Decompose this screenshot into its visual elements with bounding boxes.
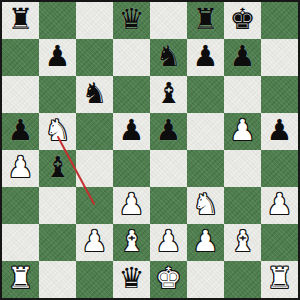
square-c7[interactable] xyxy=(76,39,113,76)
square-a5[interactable]: ♟ xyxy=(2,113,39,150)
square-b6[interactable] xyxy=(39,76,76,113)
piece-black-pawn[interactable]: ♟ xyxy=(119,116,145,145)
piece-white-pawn[interactable]: ♟ xyxy=(8,153,34,182)
square-a4[interactable]: ♟ xyxy=(2,150,39,187)
square-c2[interactable]: ♟ xyxy=(76,224,113,261)
piece-black-pawn[interactable]: ♟ xyxy=(193,42,219,71)
piece-white-king[interactable]: ♚ xyxy=(156,264,182,293)
piece-black-bishop[interactable]: ♝ xyxy=(156,79,182,108)
square-b1[interactable] xyxy=(39,261,76,298)
square-f3[interactable]: ♞ xyxy=(187,187,224,224)
square-b3[interactable] xyxy=(39,187,76,224)
square-b4[interactable]: ♝ xyxy=(39,150,76,187)
square-g6[interactable] xyxy=(224,76,261,113)
piece-white-pawn[interactable]: ♟ xyxy=(82,227,108,256)
square-h8[interactable] xyxy=(261,2,298,39)
square-h4[interactable] xyxy=(261,150,298,187)
square-g7[interactable]: ♟ xyxy=(224,39,261,76)
square-c8[interactable] xyxy=(76,2,113,39)
square-c5[interactable] xyxy=(76,113,113,150)
piece-black-queen[interactable]: ♛ xyxy=(119,264,145,293)
square-d1[interactable]: ♛ xyxy=(113,261,150,298)
square-h2[interactable] xyxy=(261,224,298,261)
piece-white-knight[interactable]: ♞ xyxy=(193,190,219,219)
square-f2[interactable]: ♟ xyxy=(187,224,224,261)
square-a1[interactable]: ♜ xyxy=(2,261,39,298)
square-a2[interactable] xyxy=(2,224,39,261)
piece-white-bishop[interactable]: ♝ xyxy=(119,227,145,256)
piece-black-pawn[interactable]: ♟ xyxy=(8,116,34,145)
square-f8[interactable]: ♜ xyxy=(187,2,224,39)
square-h3[interactable]: ♟ xyxy=(261,187,298,224)
square-h6[interactable] xyxy=(261,76,298,113)
square-b2[interactable] xyxy=(39,224,76,261)
square-b8[interactable] xyxy=(39,2,76,39)
square-f6[interactable] xyxy=(187,76,224,113)
square-g3[interactable] xyxy=(224,187,261,224)
square-e4[interactable] xyxy=(150,150,187,187)
square-f5[interactable] xyxy=(187,113,224,150)
square-c6[interactable]: ♞ xyxy=(76,76,113,113)
piece-white-rook[interactable]: ♜ xyxy=(8,264,34,293)
piece-black-king[interactable]: ♚ xyxy=(230,5,256,34)
square-f1[interactable] xyxy=(187,261,224,298)
square-b7[interactable]: ♟ xyxy=(39,39,76,76)
square-f4[interactable] xyxy=(187,150,224,187)
square-e8[interactable] xyxy=(150,2,187,39)
piece-black-knight[interactable]: ♞ xyxy=(82,79,108,108)
piece-white-pawn[interactable]: ♟ xyxy=(193,227,219,256)
square-d5[interactable]: ♟ xyxy=(113,113,150,150)
piece-white-bishop[interactable]: ♝ xyxy=(230,227,256,256)
square-g2[interactable]: ♝ xyxy=(224,224,261,261)
square-a3[interactable] xyxy=(2,187,39,224)
square-a6[interactable] xyxy=(2,76,39,113)
piece-white-rook[interactable]: ♜ xyxy=(267,264,293,293)
square-d2[interactable]: ♝ xyxy=(113,224,150,261)
square-e1[interactable]: ♚ xyxy=(150,261,187,298)
square-d4[interactable] xyxy=(113,150,150,187)
piece-white-pawn[interactable]: ♟ xyxy=(156,227,182,256)
square-f7[interactable]: ♟ xyxy=(187,39,224,76)
piece-black-pawn[interactable]: ♟ xyxy=(45,42,71,71)
square-g5[interactable]: ♟ xyxy=(224,113,261,150)
piece-black-knight[interactable]: ♞ xyxy=(156,42,182,71)
square-h1[interactable]: ♜ xyxy=(261,261,298,298)
square-e7[interactable]: ♞ xyxy=(150,39,187,76)
piece-black-rook[interactable]: ♜ xyxy=(8,5,34,34)
chess-board: ♜♛♜♚♟♞♟♟♞♝♟♞♟♟♟♟♟♝♟♞♟♟♝♟♟♝♜♛♚♜ xyxy=(0,0,300,300)
square-c3[interactable] xyxy=(76,187,113,224)
square-c1[interactable] xyxy=(76,261,113,298)
square-a7[interactable] xyxy=(2,39,39,76)
piece-black-queen[interactable]: ♛ xyxy=(119,5,145,34)
square-b5[interactable]: ♞ xyxy=(39,113,76,150)
square-a8[interactable]: ♜ xyxy=(2,2,39,39)
piece-black-pawn[interactable]: ♟ xyxy=(156,116,182,145)
square-h7[interactable] xyxy=(261,39,298,76)
piece-white-pawn[interactable]: ♟ xyxy=(230,116,256,145)
square-e3[interactable] xyxy=(150,187,187,224)
square-d3[interactable]: ♟ xyxy=(113,187,150,224)
piece-white-knight[interactable]: ♞ xyxy=(45,116,71,145)
piece-black-bishop[interactable]: ♝ xyxy=(45,153,71,182)
square-c4[interactable] xyxy=(76,150,113,187)
square-g8[interactable]: ♚ xyxy=(224,2,261,39)
square-d7[interactable] xyxy=(113,39,150,76)
square-h5[interactable]: ♟ xyxy=(261,113,298,150)
square-e2[interactable]: ♟ xyxy=(150,224,187,261)
square-g4[interactable] xyxy=(224,150,261,187)
square-d6[interactable] xyxy=(113,76,150,113)
chess-board-wrapper: ♜♛♜♚♟♞♟♟♞♝♟♞♟♟♟♟♟♝♟♞♟♟♝♟♟♝♜♛♚♜ xyxy=(0,0,300,300)
square-d8[interactable]: ♛ xyxy=(113,2,150,39)
piece-black-pawn[interactable]: ♟ xyxy=(230,42,256,71)
square-g1[interactable] xyxy=(224,261,261,298)
square-e6[interactable]: ♝ xyxy=(150,76,187,113)
piece-white-pawn[interactable]: ♟ xyxy=(267,190,293,219)
piece-white-pawn[interactable]: ♟ xyxy=(119,190,145,219)
piece-black-pawn[interactable]: ♟ xyxy=(267,116,293,145)
square-e5[interactable]: ♟ xyxy=(150,113,187,150)
piece-black-rook[interactable]: ♜ xyxy=(193,5,219,34)
